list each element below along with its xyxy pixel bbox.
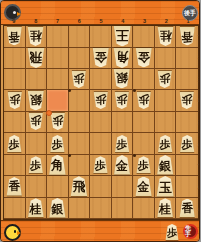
square-5i[interactable] (90, 198, 112, 219)
piece-gote-銀[interactable]: 銀 (27, 91, 45, 111)
square-2b[interactable] (155, 48, 177, 69)
square-5d[interactable]: 歩 (90, 90, 112, 111)
hoshi-point (68, 154, 71, 157)
piece-gote-角[interactable]: 角 (113, 48, 131, 68)
square-4f[interactable]: 歩 (112, 133, 134, 154)
square-7d[interactable] (47, 90, 69, 111)
rank-coord-label: 五 (198, 112, 201, 134)
piece-gote-銀[interactable]: 銀 (113, 69, 131, 89)
piece-tile: 歩 (114, 135, 130, 152)
square-2f[interactable]: 歩 (155, 133, 177, 154)
square-3i[interactable] (133, 198, 155, 219)
piece-sente-歩[interactable]: 歩 (7, 135, 23, 152)
piece-sente-香[interactable]: 香 (6, 177, 23, 196)
square-3h[interactable]: 金 (133, 176, 155, 198)
avatar-eye (14, 230, 17, 233)
avatar-beak (17, 231, 21, 235)
piece-sente-歩[interactable]: 歩 (93, 156, 109, 173)
file-coord-label: 6 (68, 18, 90, 25)
piece-glyph: 金 (138, 51, 150, 63)
piece-tile: 歩 (157, 135, 173, 152)
piece-gote-歩[interactable]: 歩 (28, 113, 44, 130)
square-3a[interactable] (133, 26, 155, 48)
square-9b[interactable] (4, 48, 26, 69)
file-coord-label: 3 (134, 18, 156, 25)
square-4d[interactable]: 歩 (112, 90, 134, 111)
piece-sente-角[interactable]: 角 (48, 155, 66, 175)
piece-gote-王[interactable]: 王 (113, 26, 132, 47)
square-7g[interactable]: 角 (47, 155, 69, 176)
piece-glyph: 角 (51, 159, 64, 172)
file-coord-label: 4 (112, 18, 134, 25)
piece-glyph: 歩 (160, 73, 171, 84)
piece-gote-歩[interactable]: 歩 (50, 113, 66, 130)
square-7e[interactable]: 歩 (47, 112, 69, 133)
piece-tile: 桂 (27, 27, 44, 46)
piece-tile: 歩 (165, 224, 179, 240)
pawn-glyph: 歩 (167, 228, 177, 238)
piece-gote-歩[interactable]: 歩 (157, 71, 173, 88)
square-7f[interactable]: 歩 (47, 133, 69, 154)
square-1c[interactable] (176, 69, 198, 90)
piece-gote-金[interactable]: 金 (92, 48, 110, 68)
piece-glyph: 歩 (9, 139, 20, 150)
shogi-app-window: 後手 987654321 香桂王桂香飛金角金歩銀歩歩銀歩歩歩歩歩歩歩歩歩歩歩歩角… (0, 0, 200, 242)
square-6h[interactable]: 飛 (69, 176, 91, 198)
square-2i[interactable]: 桂 (155, 198, 177, 219)
rank-coordinates: 一二三四五六七八九 (198, 25, 201, 220)
file-coord-label: 1 (177, 18, 199, 25)
piece-glyph: 歩 (73, 73, 84, 84)
piece-tile: 歩 (50, 113, 66, 130)
piece-glyph: 歩 (9, 94, 20, 105)
square-3d[interactable]: 歩 (133, 90, 155, 111)
square-5c[interactable] (90, 69, 112, 90)
piece-sente-桂[interactable]: 桂 (157, 198, 174, 217)
piece-gote-歩[interactable]: 歩 (93, 92, 109, 109)
piece-glyph: 銀 (30, 94, 42, 106)
piece-sente-歩[interactable]: 歩 (179, 135, 195, 152)
square-5h[interactable] (90, 176, 112, 198)
square-4i[interactable] (112, 198, 134, 219)
square-1e[interactable] (176, 112, 198, 133)
piece-tile: 香 (179, 27, 196, 46)
square-4a[interactable]: 王 (112, 26, 134, 48)
avatar-eye (13, 11, 16, 14)
piece-tile: 桂 (157, 27, 174, 46)
piece-tile: 王 (113, 26, 132, 47)
piece-tile: 金 (113, 155, 131, 175)
rank-coord-label: 七 (198, 155, 201, 177)
piece-glyph: 飛 (30, 51, 43, 64)
hoshi-point (68, 89, 71, 92)
piece-glyph: 香 (181, 30, 193, 42)
rank-coord-label: 二 (198, 47, 201, 69)
piece-glyph: 歩 (182, 94, 193, 105)
piece-gote-飛[interactable]: 飛 (27, 48, 45, 68)
square-9d[interactable]: 歩 (4, 90, 26, 111)
avatar-beak (17, 12, 21, 16)
square-8b[interactable]: 飛 (26, 48, 48, 69)
piece-gote-歩[interactable]: 歩 (114, 92, 130, 109)
square-8g[interactable]: 歩 (26, 155, 48, 176)
piece-tile: 玉 (156, 176, 175, 197)
square-4b[interactable]: 角 (112, 48, 134, 69)
piece-sente-金[interactable]: 金 (113, 155, 131, 175)
piece-tile: 金 (135, 177, 153, 197)
square-7b[interactable] (47, 48, 69, 69)
file-coord-label: 2 (155, 18, 177, 25)
square-9i[interactable] (4, 198, 26, 219)
piece-glyph: 歩 (52, 139, 63, 150)
piece-glyph: 銀 (116, 72, 128, 84)
piece-glyph: 王 (116, 29, 129, 42)
piece-tile: 香 (6, 177, 23, 196)
piece-tile: 金 (92, 48, 110, 68)
piece-glyph: 金 (116, 160, 128, 172)
square-1b[interactable] (176, 48, 198, 69)
piece-glyph: 歩 (117, 139, 128, 150)
square-6e[interactable] (69, 112, 91, 133)
square-4e[interactable] (112, 112, 134, 133)
piece-gote-金[interactable]: 金 (135, 48, 153, 68)
piece-glyph: 香 (181, 203, 193, 215)
piece-tile: 角 (113, 48, 131, 68)
piece-tile: 歩 (28, 156, 44, 173)
square-9h[interactable]: 香 (4, 176, 26, 198)
square-4c[interactable]: 銀 (112, 69, 134, 90)
piece-glyph: 歩 (95, 160, 106, 171)
file-coord-label: 7 (47, 18, 69, 25)
square-1a[interactable]: 香 (176, 26, 198, 48)
piece-sente-歩[interactable]: 歩 (50, 135, 66, 152)
piece-tile: 香 (6, 27, 23, 46)
piece-tile: 桂 (27, 198, 44, 217)
sente-avatar-chick-icon[interactable] (4, 224, 21, 241)
sente-player-bar: 歩 先手 (1, 220, 200, 242)
piece-tile: 歩 (28, 113, 44, 130)
piece-tile: 歩 (93, 92, 109, 109)
square-3b[interactable]: 金 (133, 48, 155, 69)
square-2h[interactable]: 玉 (155, 176, 177, 198)
piece-gote-桂[interactable]: 桂 (27, 27, 44, 46)
piece-tile: 歩 (179, 135, 195, 152)
piece-tile: 歩 (50, 135, 66, 152)
piece-tile: 歩 (136, 92, 152, 109)
rank-coord-label: 八 (198, 177, 201, 199)
square-1g[interactable] (176, 155, 198, 176)
square-1f[interactable]: 歩 (176, 133, 198, 154)
square-7i[interactable]: 銀 (47, 198, 69, 219)
piece-gote-香[interactable]: 香 (6, 27, 23, 46)
square-5f[interactable] (90, 133, 112, 154)
square-5g[interactable]: 歩 (90, 155, 112, 176)
piece-tile: 角 (48, 155, 66, 175)
square-3c[interactable] (133, 69, 155, 90)
square-8i[interactable]: 桂 (26, 198, 48, 219)
piece-gote-桂[interactable]: 桂 (157, 27, 174, 46)
piece-tile: 金 (135, 48, 153, 68)
square-6a[interactable] (69, 26, 91, 48)
square-9f[interactable]: 歩 (4, 133, 26, 154)
square-2g[interactable]: 銀 (155, 155, 177, 176)
piece-gote-歩[interactable]: 歩 (136, 92, 152, 109)
square-1d[interactable]: 歩 (176, 90, 198, 111)
piece-glyph: 玉 (159, 181, 172, 194)
piece-glyph: 銀 (159, 160, 171, 172)
piece-tile: 銀 (156, 155, 174, 175)
square-4h[interactable] (112, 176, 134, 198)
piece-glyph: 歩 (160, 139, 171, 150)
piece-glyph: 飛 (73, 181, 86, 194)
file-coord-label: 9 (3, 18, 25, 25)
piece-glyph: 桂 (30, 203, 42, 215)
piece-glyph: 角 (116, 51, 129, 64)
piece-tile: 歩 (71, 71, 87, 88)
piece-tile: 飛 (70, 176, 88, 196)
square-8a[interactable]: 桂 (26, 26, 48, 48)
square-6b[interactable] (69, 48, 91, 69)
square-5b[interactable]: 金 (90, 48, 112, 69)
piece-tile: 歩 (157, 71, 173, 88)
piece-gote-歩[interactable]: 歩 (7, 92, 23, 109)
piece-sente-歩[interactable]: 歩 (136, 156, 152, 173)
square-5e[interactable] (90, 112, 112, 133)
rank-coord-label: 四 (198, 90, 201, 112)
square-9e[interactable] (4, 112, 26, 133)
shogi-board[interactable]: 香桂王桂香飛金角金歩銀歩歩銀歩歩歩歩歩歩歩歩歩歩歩歩角歩金歩銀香飛金玉桂銀桂香 (3, 25, 199, 220)
sente-hand-pawn[interactable]: 歩 (165, 224, 179, 240)
piece-tile: 銀 (27, 91, 45, 111)
square-5a[interactable] (90, 26, 112, 48)
piece-gote-香[interactable]: 香 (179, 27, 196, 46)
piece-glyph: 歩 (52, 116, 63, 127)
piece-tile: 歩 (93, 156, 109, 173)
piece-glyph: 香 (9, 30, 21, 42)
piece-sente-銀[interactable]: 銀 (156, 155, 174, 175)
piece-glyph: 桂 (30, 30, 42, 42)
piece-sente-玉[interactable]: 玉 (156, 176, 175, 197)
rank-coord-label: 九 (198, 198, 201, 220)
piece-glyph: 歩 (138, 160, 149, 171)
piece-sente-歩[interactable]: 歩 (114, 135, 130, 152)
piece-glyph: 歩 (30, 160, 41, 171)
piece-tile: 銀 (113, 69, 131, 89)
rank-coord-label: 一 (198, 25, 201, 47)
piece-glyph: 歩 (95, 94, 106, 105)
square-3g[interactable]: 歩 (133, 155, 155, 176)
square-2e[interactable] (155, 112, 177, 133)
piece-tile: 香 (179, 199, 196, 218)
piece-sente-歩[interactable]: 歩 (28, 156, 44, 173)
piece-tile: 桂 (157, 198, 174, 217)
piece-tile: 歩 (7, 92, 23, 109)
piece-glyph: 歩 (30, 116, 41, 127)
square-1i[interactable]: 香 (176, 198, 198, 219)
piece-glyph: 桂 (159, 203, 171, 215)
piece-glyph: 銀 (51, 203, 63, 215)
piece-glyph: 香 (9, 181, 21, 193)
piece-tile: 歩 (7, 135, 23, 152)
rank-coord-label: 六 (198, 133, 201, 155)
piece-tile: 歩 (179, 92, 195, 109)
square-9g[interactable] (4, 155, 26, 176)
piece-sente-金[interactable]: 金 (135, 177, 153, 197)
piece-sente-桂[interactable]: 桂 (27, 198, 44, 217)
piece-glyph: 桂 (159, 30, 171, 42)
piece-glyph: 金 (138, 181, 150, 193)
rank-coord-label: 三 (198, 68, 201, 90)
square-6i[interactable] (69, 198, 91, 219)
piece-tile: 銀 (49, 198, 67, 218)
square-6d[interactable] (69, 90, 91, 111)
piece-sente-香[interactable]: 香 (179, 199, 196, 218)
piece-tile: 飛 (27, 48, 45, 68)
file-coordinates: 987654321 (3, 18, 199, 25)
square-8c[interactable] (26, 69, 48, 90)
piece-sente-歩[interactable]: 歩 (157, 135, 173, 152)
piece-glyph: 金 (94, 51, 106, 63)
gote-player-bar: 後手 987654321 (1, 1, 200, 25)
square-1h[interactable] (176, 176, 198, 198)
file-coord-label: 8 (25, 18, 47, 25)
square-9a[interactable]: 香 (4, 26, 26, 48)
square-6g[interactable] (69, 155, 91, 176)
square-3e[interactable] (133, 112, 155, 133)
last-move-marker-dot (46, 110, 52, 116)
piece-glyph: 歩 (138, 94, 149, 105)
piece-sente-銀[interactable]: 銀 (49, 198, 67, 218)
file-coord-label: 5 (90, 18, 112, 25)
square-8h[interactable] (26, 176, 48, 198)
square-8f[interactable] (26, 133, 48, 154)
piece-glyph: 歩 (182, 139, 193, 150)
square-7a[interactable] (47, 26, 69, 48)
piece-tile: 歩 (136, 156, 152, 173)
square-4g[interactable]: 金 (112, 155, 134, 176)
piece-tile: 歩 (114, 92, 130, 109)
piece-glyph: 歩 (117, 94, 128, 105)
square-7h[interactable] (47, 176, 69, 198)
piece-sente-飛[interactable]: 飛 (70, 176, 88, 196)
square-6f[interactable] (69, 133, 91, 154)
square-9c[interactable] (4, 69, 26, 90)
square-2d[interactable] (155, 90, 177, 111)
square-8d[interactable]: 銀 (26, 90, 48, 111)
piece-gote-歩[interactable]: 歩 (71, 71, 87, 88)
square-2a[interactable]: 桂 (155, 26, 177, 48)
square-3f[interactable] (133, 133, 155, 154)
square-8e[interactable]: 歩 (26, 112, 48, 133)
square-7c[interactable] (47, 69, 69, 90)
square-2c[interactable]: 歩 (155, 69, 177, 90)
sente-badge: 先手 (183, 224, 198, 239)
square-6c[interactable]: 歩 (69, 69, 91, 90)
piece-gote-歩[interactable]: 歩 (179, 92, 195, 109)
